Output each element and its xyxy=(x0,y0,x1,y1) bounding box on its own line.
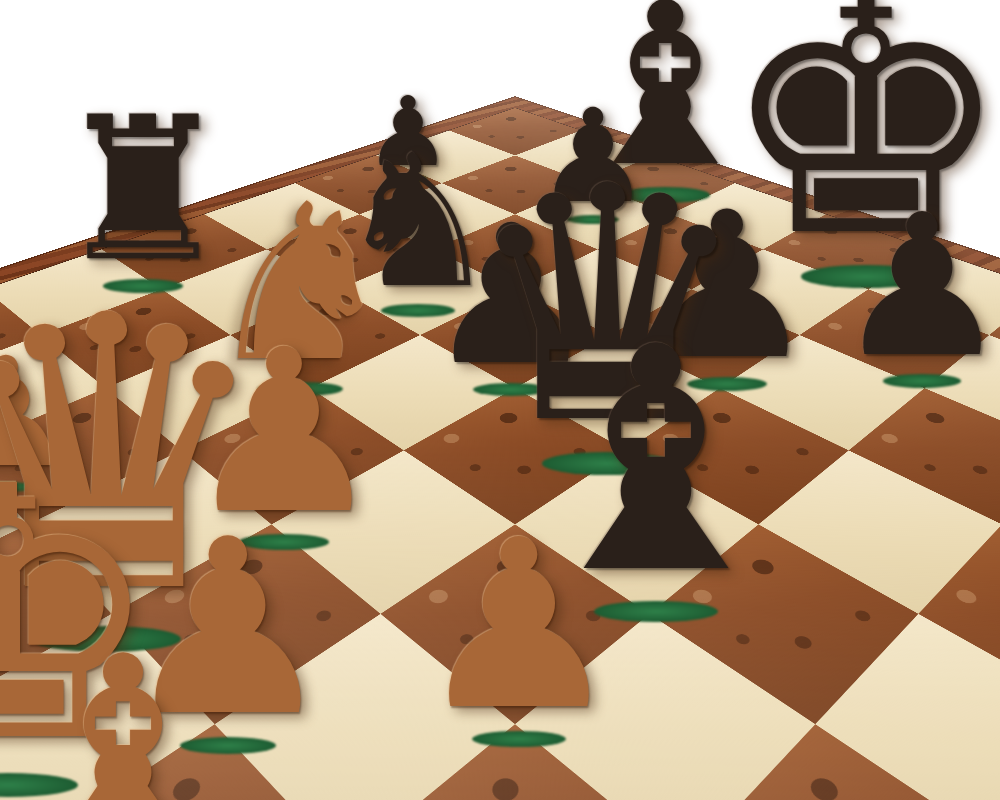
pieces-layer: ♜♟♟♝♚♟♟♞♟♛♝♞♟♟♛♚♟♟♝ xyxy=(0,0,1000,800)
black-pawn-g2[interactable]: ♟ xyxy=(834,188,1000,384)
chessboard-photo: ♜♟♟♝♚♟♟♞♟♛♝♞♟♟♛♚♟♟♝ xyxy=(0,0,1000,800)
brown-bishop-b8[interactable]: ♝ xyxy=(11,624,235,800)
brown-pawn-g6[interactable]: ♟ xyxy=(415,509,624,742)
